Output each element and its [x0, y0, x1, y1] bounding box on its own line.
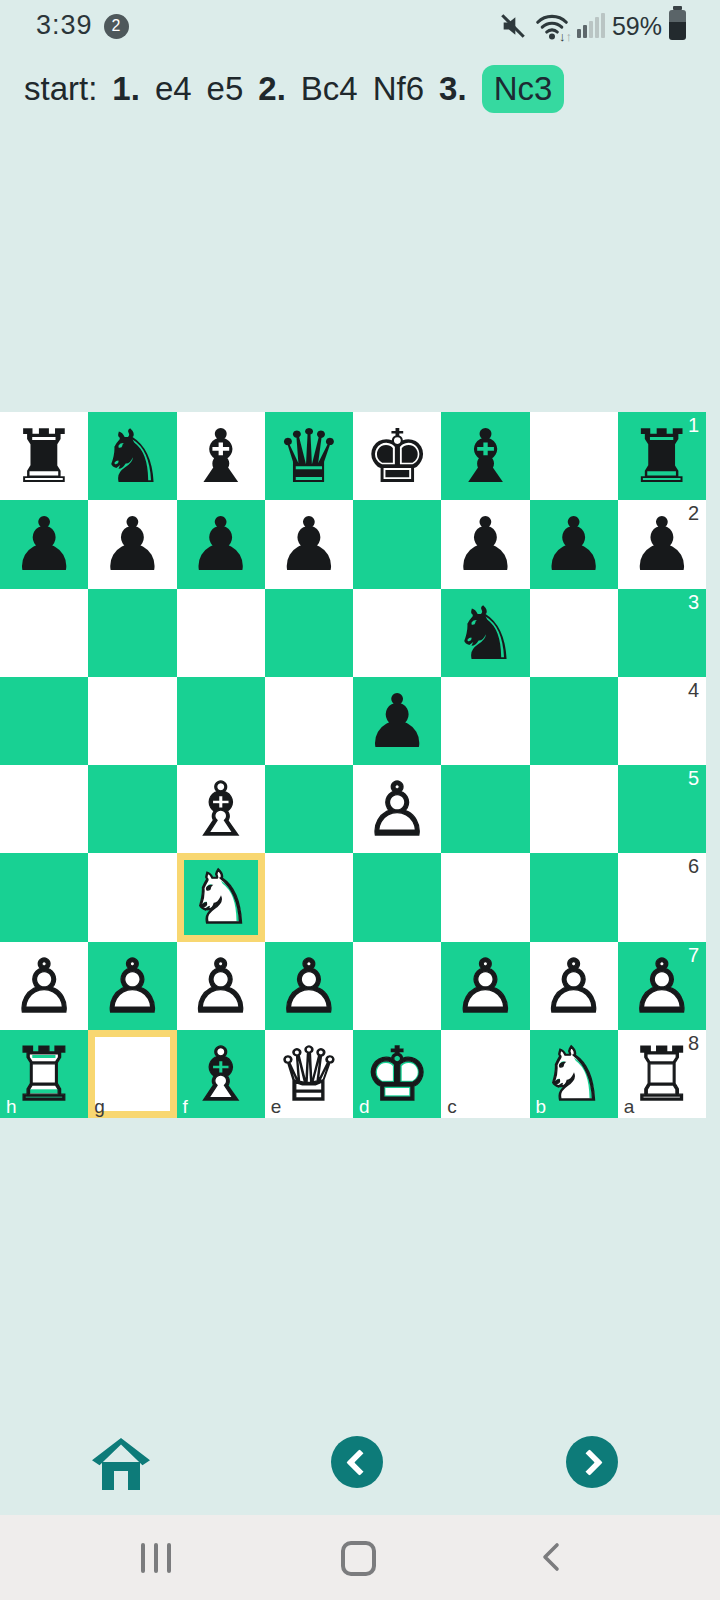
- chevron-left-icon: [346, 1449, 373, 1476]
- square-h5[interactable]: [0, 765, 88, 853]
- white-pawn: ♟♙: [441, 942, 529, 1030]
- square-a1[interactable]: 1♜: [618, 412, 706, 500]
- status-time: 3:39: [36, 10, 93, 41]
- move-token[interactable]: 1.: [112, 70, 140, 108]
- square-c6[interactable]: [441, 853, 529, 941]
- move-list: start: 1.e4e52.Bc4Nf63.Nc3: [24, 60, 714, 118]
- app-home-button[interactable]: [92, 1438, 150, 1490]
- rank-label: 4: [688, 680, 699, 700]
- square-b1[interactable]: [530, 412, 618, 500]
- black-knight: ♞: [88, 412, 176, 500]
- square-f2[interactable]: ♟: [177, 500, 265, 588]
- black-king: ♚: [353, 412, 441, 500]
- black-rook: ♜: [0, 412, 88, 500]
- white-rook: ♜♖: [0, 1030, 88, 1118]
- black-pawn: ♟: [177, 500, 265, 588]
- white-pawn: ♟♙: [530, 942, 618, 1030]
- square-e6[interactable]: [265, 853, 353, 941]
- white-queen: ♛♕: [265, 1030, 353, 1118]
- square-d3[interactable]: [353, 589, 441, 677]
- battery-icon: [669, 10, 686, 40]
- square-h1[interactable]: ♜: [0, 412, 88, 500]
- signal-bars-icon: [577, 13, 605, 38]
- black-queen: ♛: [265, 412, 353, 500]
- square-c1[interactable]: ♝: [441, 412, 529, 500]
- square-g1[interactable]: ♞: [88, 412, 176, 500]
- status-bar: 3:39 2 ↓↑ 59%: [0, 0, 720, 50]
- square-a8[interactable]: 8a♜♖: [618, 1030, 706, 1118]
- white-rook: ♜♖: [618, 1030, 706, 1118]
- square-f5[interactable]: ♝♗: [177, 765, 265, 853]
- square-c3[interactable]: ♞: [441, 589, 529, 677]
- recents-button[interactable]: [141, 1543, 171, 1573]
- wifi-data-arrows-icon: ↓↑: [559, 30, 572, 43]
- chess-board: ♜♞♝♛♚♝1♜♟♟♟♟♟♟2♟♞3♟4♝♗♟♙5♞♘6♟♙♟♙♟♙♟♙♟♙♟♙…: [0, 412, 706, 1118]
- move-token[interactable]: 3.: [439, 70, 467, 108]
- move-token[interactable]: e4: [155, 70, 192, 108]
- square-g5[interactable]: [88, 765, 176, 853]
- muted-speaker-icon: [499, 12, 527, 40]
- move-token[interactable]: Nf6: [373, 70, 424, 108]
- chevron-right-icon: [576, 1449, 603, 1476]
- square-e8[interactable]: e♛♕: [265, 1030, 353, 1118]
- white-knight: ♞♘: [530, 1030, 618, 1118]
- black-pawn: ♟: [441, 500, 529, 588]
- white-pawn: ♟♙: [0, 942, 88, 1030]
- square-a7[interactable]: 7♟♙: [618, 942, 706, 1030]
- white-bishop: ♝♗: [177, 1030, 265, 1118]
- square-b7[interactable]: ♟♙: [530, 942, 618, 1030]
- wifi-icon: ↓↑: [534, 11, 570, 41]
- square-b6[interactable]: [530, 853, 618, 941]
- square-h7[interactable]: ♟♙: [0, 942, 88, 1030]
- square-f3[interactable]: [177, 589, 265, 677]
- square-b2[interactable]: ♟: [530, 500, 618, 588]
- square-e3[interactable]: [265, 589, 353, 677]
- rank-label: 5: [688, 768, 699, 788]
- move-list-label: start:: [24, 70, 97, 108]
- square-g2[interactable]: ♟: [88, 500, 176, 588]
- square-f8[interactable]: f♝♗: [177, 1030, 265, 1118]
- square-h2[interactable]: ♟: [0, 500, 88, 588]
- square-g4[interactable]: [88, 677, 176, 765]
- square-c8[interactable]: c: [441, 1030, 529, 1118]
- back-button[interactable]: [540, 1541, 562, 1573]
- square-a6[interactable]: 6: [618, 853, 706, 941]
- move-token[interactable]: 2.: [258, 70, 286, 108]
- square-g8[interactable]: g: [88, 1030, 176, 1118]
- square-d1[interactable]: ♚: [353, 412, 441, 500]
- black-bishop: ♝: [441, 412, 529, 500]
- square-d8[interactable]: d♚♔: [353, 1030, 441, 1118]
- previous-move-button[interactable]: [331, 1436, 383, 1488]
- move-token[interactable]: e5: [207, 70, 244, 108]
- notification-badge: 2: [104, 14, 129, 39]
- square-b5[interactable]: [530, 765, 618, 853]
- white-pawn: ♟♙: [618, 942, 706, 1030]
- square-c5[interactable]: [441, 765, 529, 853]
- system-navigation-bar: [0, 1515, 720, 1600]
- square-e4[interactable]: [265, 677, 353, 765]
- move-token[interactable]: Bc4: [301, 70, 358, 108]
- rank-label: 6: [688, 856, 699, 876]
- white-pawn: ♟♙: [353, 765, 441, 853]
- black-knight: ♞: [441, 589, 529, 677]
- status-icons: ↓↑ 59%: [499, 10, 686, 41]
- square-e1[interactable]: ♛: [265, 412, 353, 500]
- square-d2[interactable]: [353, 500, 441, 588]
- square-d7[interactable]: [353, 942, 441, 1030]
- square-a3[interactable]: 3: [618, 589, 706, 677]
- square-g3[interactable]: [88, 589, 176, 677]
- highlighted-move[interactable]: Nc3: [482, 65, 565, 113]
- black-rook: ♜: [618, 412, 706, 500]
- square-g6[interactable]: [88, 853, 176, 941]
- black-pawn: ♟: [530, 500, 618, 588]
- square-a5[interactable]: 5: [618, 765, 706, 853]
- system-home-button[interactable]: [341, 1541, 376, 1576]
- white-pawn: ♟♙: [88, 942, 176, 1030]
- square-c7[interactable]: ♟♙: [441, 942, 529, 1030]
- file-label: g: [94, 1097, 105, 1116]
- square-g7[interactable]: ♟♙: [88, 942, 176, 1030]
- square-c2[interactable]: ♟: [441, 500, 529, 588]
- square-e2[interactable]: ♟: [265, 500, 353, 588]
- black-pawn: ♟: [353, 677, 441, 765]
- black-pawn: ♟: [618, 500, 706, 588]
- black-bishop: ♝: [177, 412, 265, 500]
- square-b3[interactable]: [530, 589, 618, 677]
- square-c4[interactable]: [441, 677, 529, 765]
- square-h8[interactable]: h♜♖: [0, 1030, 88, 1118]
- battery-percent: 59%: [612, 11, 662, 41]
- white-pawn: ♟♙: [265, 942, 353, 1030]
- black-pawn: ♟: [0, 500, 88, 588]
- white-knight: ♞♘: [177, 853, 265, 941]
- square-e5[interactable]: [265, 765, 353, 853]
- square-d5[interactable]: ♟♙: [353, 765, 441, 853]
- square-h6[interactable]: [0, 853, 88, 941]
- white-bishop: ♝♗: [177, 765, 265, 853]
- square-h3[interactable]: [0, 589, 88, 677]
- rank-label: 3: [688, 592, 699, 612]
- square-b8[interactable]: b♞♘: [530, 1030, 618, 1118]
- black-pawn: ♟: [265, 500, 353, 588]
- next-move-button[interactable]: [566, 1436, 618, 1488]
- file-label: c: [447, 1097, 457, 1116]
- square-b4[interactable]: [530, 677, 618, 765]
- square-d6[interactable]: [353, 853, 441, 941]
- square-d4[interactable]: ♟: [353, 677, 441, 765]
- white-king: ♚♔: [353, 1030, 441, 1118]
- square-e7[interactable]: ♟♙: [265, 942, 353, 1030]
- square-f4[interactable]: [177, 677, 265, 765]
- black-pawn: ♟: [88, 500, 176, 588]
- square-a4[interactable]: 4: [618, 677, 706, 765]
- square-f1[interactable]: ♝: [177, 412, 265, 500]
- square-f6[interactable]: ♞♘: [177, 853, 265, 941]
- square-h4[interactable]: [0, 677, 88, 765]
- square-a2[interactable]: 2♟: [618, 500, 706, 588]
- square-f7[interactable]: ♟♙: [177, 942, 265, 1030]
- white-pawn: ♟♙: [177, 942, 265, 1030]
